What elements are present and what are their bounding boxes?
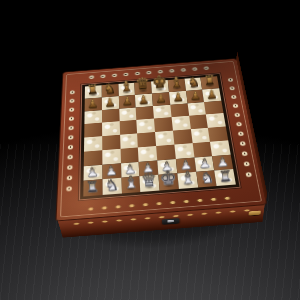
piece-black-knight[interactable]: ♞	[177, 74, 210, 90]
square-c4[interactable]	[120, 133, 138, 148]
square-g4[interactable]	[190, 128, 210, 143]
square-h4[interactable]	[208, 126, 228, 141]
square-h1[interactable]: ♜	[214, 169, 235, 186]
square-f4[interactable]	[173, 129, 192, 144]
hinge-icon	[249, 211, 261, 216]
piece-white-king[interactable]: ♚	[149, 168, 187, 190]
square-h6[interactable]	[204, 100, 223, 114]
square-b4[interactable]	[102, 135, 120, 150]
piece-white-rook[interactable]: ♜	[207, 168, 244, 185]
perspective-space: ♜♞♝♛♚♝♞♜♟♟♟♟♟♟♟♟♟♟♟♟♟♟♟♟♜♞♝♛♚♝♞♜	[53, 30, 257, 234]
square-b6[interactable]	[102, 109, 119, 123]
chess-box: ♜♞♝♛♚♝♞♜♟♟♟♟♟♟♟♟♟♟♟♟♟♟♟♟♜♞♝♛♚♝♞♜	[57, 59, 267, 221]
square-e1[interactable]: ♚	[158, 174, 178, 191]
square-a4[interactable]	[84, 136, 102, 151]
square-a1[interactable]: ♜	[83, 179, 102, 196]
latch-icon[interactable]	[161, 218, 179, 225]
piece-black-pawn[interactable]: ♟	[195, 87, 228, 101]
board-tilt-wrapper: ♜♞♝♛♚♝♞♜♟♟♟♟♟♟♟♟♟♟♟♟♟♟♟♟♜♞♝♛♚♝♞♜	[0, 0, 300, 300]
piece-white-rook[interactable]: ♜	[74, 178, 111, 195]
square-d4[interactable]	[137, 132, 156, 147]
square-g6[interactable]	[187, 102, 206, 116]
square-e4[interactable]	[155, 131, 174, 146]
playfield: ♜♞♝♛♚♝♞♜♟♟♟♟♟♟♟♟♟♟♟♟♟♟♟♟♜♞♝♛♚♝♞♜	[83, 76, 236, 196]
scene: ♜♞♝♛♚♝♞♜♟♟♟♟♟♟♟♟♟♟♟♟♟♟♟♟♜♞♝♛♚♝♞♜	[0, 0, 300, 300]
